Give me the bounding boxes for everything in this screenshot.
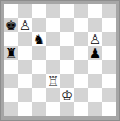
square-f8[interactable]: [74, 4, 88, 18]
square-f1[interactable]: [74, 102, 88, 116]
square-c1[interactable]: [32, 102, 46, 116]
board-grid: ♚♙♞♙♜♟♖♔: [4, 4, 116, 117]
square-f4[interactable]: [74, 60, 88, 74]
square-h5[interactable]: [102, 46, 116, 60]
square-d5[interactable]: [46, 46, 60, 60]
piece-white-king-e2[interactable]: ♔: [61, 88, 73, 102]
square-c6[interactable]: ♞: [32, 32, 46, 46]
square-a8[interactable]: [4, 4, 18, 18]
square-d4[interactable]: [46, 60, 60, 74]
piece-black-king-a7[interactable]: ♚: [5, 18, 17, 32]
square-a6[interactable]: [4, 32, 18, 46]
square-g6[interactable]: ♙: [88, 32, 102, 46]
square-e3[interactable]: [60, 74, 74, 88]
square-e5[interactable]: [60, 46, 74, 60]
square-c5[interactable]: [32, 46, 46, 60]
square-a2[interactable]: [4, 88, 18, 102]
square-b7[interactable]: ♙: [18, 18, 32, 32]
square-g7[interactable]: [88, 18, 102, 32]
square-c2[interactable]: [32, 88, 46, 102]
square-g8[interactable]: [88, 4, 102, 18]
square-e6[interactable]: [60, 32, 74, 46]
square-e1[interactable]: [60, 102, 74, 116]
square-c4[interactable]: [32, 60, 46, 74]
square-e2[interactable]: ♔: [60, 88, 74, 102]
square-d7[interactable]: [46, 18, 60, 32]
square-g1[interactable]: [88, 102, 102, 116]
square-a7[interactable]: ♚: [4, 18, 18, 32]
square-b5[interactable]: [18, 46, 32, 60]
square-d2[interactable]: [46, 88, 60, 102]
square-h2[interactable]: [102, 88, 116, 102]
square-f7[interactable]: [74, 18, 88, 32]
square-f3[interactable]: [74, 74, 88, 88]
square-g4[interactable]: [88, 60, 102, 74]
square-b3[interactable]: [18, 74, 32, 88]
square-b8[interactable]: [18, 4, 32, 18]
square-f6[interactable]: [74, 32, 88, 46]
square-e4[interactable]: [60, 60, 74, 74]
square-d8[interactable]: [46, 4, 60, 18]
square-a1[interactable]: [4, 102, 18, 116]
square-a3[interactable]: [4, 74, 18, 88]
square-e7[interactable]: [60, 18, 74, 32]
square-c3[interactable]: [32, 74, 46, 88]
square-b4[interactable]: [18, 60, 32, 74]
square-e8[interactable]: [60, 4, 74, 18]
square-a4[interactable]: [4, 60, 18, 74]
square-h4[interactable]: [102, 60, 116, 74]
chess-board: ♚♙♞♙♜♟♖♔: [0, 0, 120, 121]
square-h6[interactable]: [102, 32, 116, 46]
piece-white-pawn-g6[interactable]: ♙: [89, 32, 101, 46]
square-h8[interactable]: [102, 4, 116, 18]
square-c7[interactable]: [32, 18, 46, 32]
piece-black-knight-c6[interactable]: ♞: [33, 32, 45, 46]
square-f5[interactable]: [74, 46, 88, 60]
square-h1[interactable]: [102, 102, 116, 116]
square-b6[interactable]: [18, 32, 32, 46]
square-d6[interactable]: [46, 32, 60, 46]
piece-white-pawn-b7[interactable]: ♙: [19, 18, 31, 32]
square-a5[interactable]: ♜: [4, 46, 18, 60]
square-b2[interactable]: [18, 88, 32, 102]
square-g2[interactable]: [88, 88, 102, 102]
square-d1[interactable]: [46, 102, 60, 116]
square-g3[interactable]: [88, 74, 102, 88]
square-d3[interactable]: ♖: [46, 74, 60, 88]
square-c8[interactable]: [32, 4, 46, 18]
piece-black-rook-a5[interactable]: ♜: [5, 46, 17, 60]
square-g5[interactable]: ♟: [88, 46, 102, 60]
square-h3[interactable]: [102, 74, 116, 88]
piece-black-pawn-g5[interactable]: ♟: [89, 46, 101, 60]
square-h7[interactable]: [102, 18, 116, 32]
piece-white-rook-d3[interactable]: ♖: [47, 74, 59, 88]
square-f2[interactable]: [74, 88, 88, 102]
square-b1[interactable]: [18, 102, 32, 116]
